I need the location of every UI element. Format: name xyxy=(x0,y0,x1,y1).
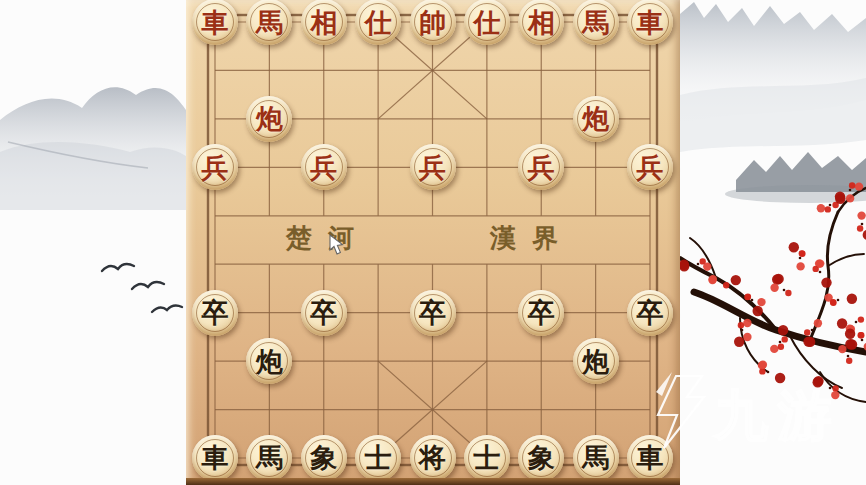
piece-glyph: 炮 xyxy=(582,348,609,375)
board-front-edge xyxy=(186,478,680,485)
piece-glyph: 炮 xyxy=(256,105,283,132)
piece-glyph: 馬 xyxy=(582,444,609,471)
birds-icon xyxy=(102,264,182,312)
piece-馬-black[interactable]: 馬 xyxy=(246,435,292,481)
piece-glyph: 卒 xyxy=(637,299,664,326)
app-screenshot: 楚河 漢界 車馬相仕帥仕相馬車炮炮兵兵兵兵兵卒卒卒卒卒炮炮車馬象士将士象馬車 九… xyxy=(0,0,866,485)
piece-将-black[interactable]: 将 xyxy=(410,435,456,481)
piece-glyph: 馬 xyxy=(582,9,609,36)
piece-炮-red[interactable]: 炮 xyxy=(573,96,619,142)
piece-仕-red[interactable]: 仕 xyxy=(464,0,510,45)
piece-象-black[interactable]: 象 xyxy=(518,435,564,481)
ink-mountains-right xyxy=(680,0,866,485)
piece-炮-red[interactable]: 炮 xyxy=(246,96,292,142)
piece-兵-red[interactable]: 兵 xyxy=(192,144,238,190)
piece-glyph: 炮 xyxy=(256,348,283,375)
piece-glyph: 相 xyxy=(528,9,555,36)
piece-卒-black[interactable]: 卒 xyxy=(518,290,564,336)
piece-glyph: 車 xyxy=(202,9,229,36)
piece-glyph: 兵 xyxy=(637,154,664,181)
piece-卒-black[interactable]: 卒 xyxy=(627,290,673,336)
piece-兵-red[interactable]: 兵 xyxy=(410,144,456,190)
pieces-layer: 車馬相仕帥仕相馬車炮炮兵兵兵兵兵卒卒卒卒卒炮炮車馬象士将士象馬車 xyxy=(186,0,680,485)
piece-兵-red[interactable]: 兵 xyxy=(301,144,347,190)
piece-glyph: 馬 xyxy=(256,9,283,36)
piece-glyph: 仕 xyxy=(365,9,392,36)
piece-glyph: 象 xyxy=(310,444,337,471)
piece-glyph: 帥 xyxy=(419,9,446,36)
piece-glyph: 卒 xyxy=(310,299,337,326)
piece-glyph: 象 xyxy=(528,444,555,471)
piece-glyph: 車 xyxy=(637,9,664,36)
piece-士-black[interactable]: 士 xyxy=(464,435,510,481)
piece-glyph: 車 xyxy=(637,444,664,471)
piece-glyph: 兵 xyxy=(419,154,446,181)
piece-車-red[interactable]: 車 xyxy=(627,0,673,45)
piece-帥-red[interactable]: 帥 xyxy=(410,0,456,45)
piece-glyph: 将 xyxy=(419,444,446,471)
piece-兵-red[interactable]: 兵 xyxy=(518,144,564,190)
piece-兵-red[interactable]: 兵 xyxy=(627,144,673,190)
piece-glyph: 兵 xyxy=(528,154,555,181)
piece-車-black[interactable]: 車 xyxy=(192,435,238,481)
piece-glyph: 馬 xyxy=(256,444,283,471)
mouse-cursor-icon xyxy=(327,234,345,256)
piece-卒-black[interactable]: 卒 xyxy=(192,290,238,336)
piece-馬-red[interactable]: 馬 xyxy=(246,0,292,45)
piece-glyph: 炮 xyxy=(582,105,609,132)
piece-馬-black[interactable]: 馬 xyxy=(573,435,619,481)
piece-glyph: 車 xyxy=(202,444,229,471)
piece-象-black[interactable]: 象 xyxy=(301,435,347,481)
piece-車-black[interactable]: 車 xyxy=(627,435,673,481)
piece-glyph: 仕 xyxy=(473,9,500,36)
piece-glyph: 兵 xyxy=(310,154,337,181)
piece-卒-black[interactable]: 卒 xyxy=(410,290,456,336)
mountain-ridge-far xyxy=(0,142,186,210)
piece-相-red[interactable]: 相 xyxy=(518,0,564,45)
piece-glyph: 卒 xyxy=(202,299,229,326)
plum-blossom-branch xyxy=(680,188,866,402)
piece-車-red[interactable]: 車 xyxy=(192,0,238,45)
piece-glyph: 相 xyxy=(310,9,337,36)
piece-glyph: 士 xyxy=(365,444,392,471)
piece-glyph: 卒 xyxy=(528,299,555,326)
piece-相-red[interactable]: 相 xyxy=(301,0,347,45)
piece-卒-black[interactable]: 卒 xyxy=(301,290,347,336)
piece-glyph: 士 xyxy=(473,444,500,471)
piece-炮-black[interactable]: 炮 xyxy=(573,338,619,384)
piece-炮-black[interactable]: 炮 xyxy=(246,338,292,384)
xiangqi-board[interactable]: 楚河 漢界 車馬相仕帥仕相馬車炮炮兵兵兵兵兵卒卒卒卒卒炮炮車馬象士将士象馬車 xyxy=(186,0,680,485)
piece-馬-red[interactable]: 馬 xyxy=(573,0,619,45)
piece-士-black[interactable]: 士 xyxy=(355,435,401,481)
ink-mountains-left xyxy=(0,0,186,485)
piece-glyph: 兵 xyxy=(202,154,229,181)
piece-仕-red[interactable]: 仕 xyxy=(355,0,401,45)
piece-glyph: 卒 xyxy=(419,299,446,326)
